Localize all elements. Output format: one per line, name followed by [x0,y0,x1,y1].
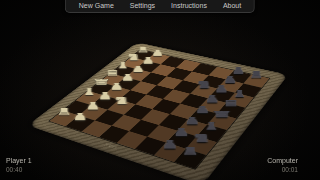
black-player-name: Computer [267,157,298,165]
menu-new-game[interactable]: New Game [72,0,121,12]
square-h2[interactable]: ♟ [65,115,94,131]
board-grid: ♜♝♛♚♝♞♜♟♟♟♟♟♟♟♟♞♞♟♟♟♟♟♟♟♟♜♞♝♛♚♝♜ [50,50,270,169]
chess-board-3d-wrapper: ♜♝♛♚♝♞♜♟♟♟♟♟♟♟♟♞♞♟♟♟♟♟♟♟♟♜♞♝♛♚♝♜ OAK [52,0,275,180]
menu-instructions[interactable]: Instructions [164,0,214,12]
white-player-clock: 00:40 [6,166,32,174]
red-marker-orb [99,64,103,68]
white-player-panel: Player 1 00:40 [6,157,32,174]
chess-app-scene: New Game Settings Instructions About ♜♝♛… [0,0,320,180]
chess-board: ♜♝♛♚♝♞♜♟♟♟♟♟♟♟♟♞♞♟♟♟♟♟♟♟♟♜♞♝♛♚♝♜ OAK [27,42,288,180]
white-player-name: Player 1 [6,157,32,165]
piece-white-pawn-h2[interactable]: ♟ [70,113,91,134]
black-player-clock: 00:01 [267,166,298,174]
menu-settings[interactable]: Settings [123,0,162,12]
menu-about[interactable]: About [216,0,248,12]
top-menu-bar: New Game Settings Instructions About [65,0,255,13]
black-player-panel: Computer 00:01 [267,157,298,174]
blue-marker-orb [220,93,224,97]
piece-black-rook-h8[interactable]: ♜ [178,147,202,171]
square-c4[interactable] [157,76,183,89]
blue-marker-orb [229,84,233,88]
piece-glyph: ♜ [167,137,214,158]
board-engraving: OAK [102,142,118,150]
piece-glyph: ♟ [59,107,101,124]
red-marker-orb [111,56,115,60]
square-h8[interactable]: ♜ [174,149,206,169]
board-rim: ♜♝♛♚♝♞♜♟♟♟♟♟♟♟♟♞♞♟♟♟♟♟♟♟♟♜♞♝♛♚♝♜ OAK [27,42,288,180]
